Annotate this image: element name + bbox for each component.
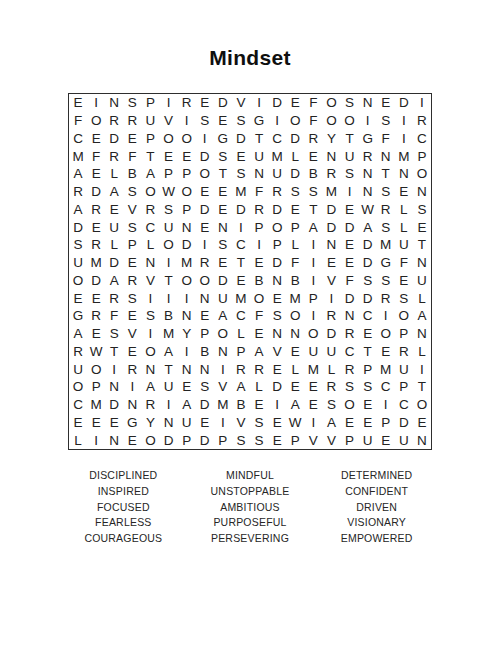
grid-cell[interactable]: C xyxy=(341,343,359,361)
grid-cell[interactable]: D xyxy=(268,378,286,396)
grid-cell[interactable]: M xyxy=(395,147,413,165)
grid-cell[interactable]: S xyxy=(359,378,377,396)
grid-cell[interactable]: R xyxy=(69,183,87,201)
grid-cell[interactable]: U xyxy=(178,414,196,432)
grid-cell[interactable]: O xyxy=(377,325,395,343)
grid-cell[interactable]: I xyxy=(304,307,322,325)
grid-cell[interactable]: E xyxy=(413,414,431,432)
grid-cell[interactable]: M xyxy=(304,360,322,378)
grid-cell[interactable]: A xyxy=(178,396,196,414)
grid-cell[interactable]: N xyxy=(341,307,359,325)
grid-cell[interactable]: E xyxy=(69,289,87,307)
grid-cell[interactable]: I xyxy=(178,112,196,130)
grid-cell[interactable]: S xyxy=(214,236,232,254)
grid-cell[interactable]: E xyxy=(250,254,268,272)
grid-cell[interactable]: O xyxy=(141,343,159,361)
grid-cell[interactable]: F xyxy=(105,307,123,325)
grid-cell[interactable]: M xyxy=(214,396,232,414)
grid-cell[interactable]: R xyxy=(341,325,359,343)
grid-cell[interactable]: I xyxy=(160,94,178,112)
grid-cell[interactable]: N xyxy=(413,254,431,272)
grid-cell[interactable]: E xyxy=(87,414,105,432)
grid-cell[interactable]: D xyxy=(322,325,340,343)
grid-cell[interactable]: N xyxy=(268,325,286,343)
grid-cell[interactable]: T xyxy=(160,360,178,378)
grid-cell[interactable]: I xyxy=(160,254,178,272)
grid-cell[interactable]: N xyxy=(123,396,141,414)
grid-cell[interactable]: R xyxy=(123,112,141,130)
grid-cell[interactable]: S xyxy=(377,112,395,130)
grid-cell[interactable]: V xyxy=(141,272,159,290)
grid-cell[interactable]: E xyxy=(250,396,268,414)
grid-cell[interactable]: F xyxy=(250,183,268,201)
grid-cell[interactable]: I xyxy=(268,112,286,130)
grid-cell[interactable]: F xyxy=(69,112,87,130)
grid-cell[interactable]: T xyxy=(141,147,159,165)
grid-cell[interactable]: D xyxy=(178,236,196,254)
grid-cell[interactable]: D xyxy=(87,183,105,201)
grid-cell[interactable]: N xyxy=(178,218,196,236)
grid-cell[interactable]: A xyxy=(69,325,87,343)
grid-cell[interactable]: T xyxy=(232,254,250,272)
grid-cell[interactable]: S xyxy=(377,183,395,201)
grid-cell[interactable]: A xyxy=(141,165,159,183)
grid-cell[interactable]: G xyxy=(123,414,141,432)
grid-cell[interactable]: L xyxy=(141,236,159,254)
grid-cell[interactable]: L xyxy=(286,236,304,254)
grid-cell[interactable]: F xyxy=(304,112,322,130)
grid-cell[interactable]: E xyxy=(105,201,123,219)
grid-cell[interactable]: S xyxy=(123,183,141,201)
grid-cell[interactable]: U xyxy=(413,272,431,290)
grid-cell[interactable]: C xyxy=(413,130,431,148)
grid-cell[interactable]: R xyxy=(105,147,123,165)
grid-cell[interactable]: P xyxy=(196,325,214,343)
grid-cell[interactable]: S xyxy=(395,289,413,307)
grid-cell[interactable]: R xyxy=(304,130,322,148)
grid-cell[interactable]: O xyxy=(87,360,105,378)
grid-cell[interactable]: E xyxy=(105,414,123,432)
grid-cell[interactable]: U xyxy=(395,236,413,254)
grid-cell[interactable]: R xyxy=(123,272,141,290)
grid-cell[interactable]: U xyxy=(105,218,123,236)
grid-cell[interactable]: T xyxy=(304,201,322,219)
grid-cell[interactable]: E xyxy=(123,307,141,325)
grid-cell[interactable]: I xyxy=(395,130,413,148)
grid-cell[interactable]: I xyxy=(196,236,214,254)
grid-cell[interactable]: S xyxy=(359,272,377,290)
grid-cell[interactable]: P xyxy=(178,431,196,449)
grid-cell[interactable]: N xyxy=(214,218,232,236)
grid-cell[interactable]: O xyxy=(141,431,159,449)
grid-cell[interactable]: V xyxy=(304,431,322,449)
grid-cell[interactable]: O xyxy=(413,165,431,183)
grid-cell[interactable]: D xyxy=(322,218,340,236)
grid-cell[interactable]: I xyxy=(322,289,340,307)
grid-cell[interactable]: S xyxy=(341,94,359,112)
grid-cell[interactable]: P xyxy=(286,218,304,236)
grid-cell[interactable]: I xyxy=(304,236,322,254)
grid-cell[interactable]: O xyxy=(87,112,105,130)
grid-cell[interactable]: E xyxy=(196,183,214,201)
grid-cell[interactable]: A xyxy=(232,378,250,396)
grid-cell[interactable]: I xyxy=(250,94,268,112)
grid-cell[interactable]: L xyxy=(413,289,431,307)
grid-cell[interactable]: S xyxy=(268,307,286,325)
grid-cell[interactable]: S xyxy=(160,201,178,219)
grid-cell[interactable]: E xyxy=(286,94,304,112)
grid-cell[interactable]: S xyxy=(232,112,250,130)
grid-cell[interactable]: S xyxy=(304,183,322,201)
grid-cell[interactable]: U xyxy=(268,165,286,183)
grid-cell[interactable]: R xyxy=(141,396,159,414)
grid-cell[interactable]: V xyxy=(322,272,340,290)
grid-cell[interactable]: S xyxy=(322,396,340,414)
grid-cell[interactable]: T xyxy=(359,343,377,361)
grid-cell[interactable]: F xyxy=(395,254,413,272)
grid-cell[interactable]: N xyxy=(178,307,196,325)
grid-cell[interactable]: U xyxy=(395,431,413,449)
grid-cell[interactable]: A xyxy=(286,396,304,414)
grid-cell[interactable]: I xyxy=(250,236,268,254)
grid-cell[interactable]: C xyxy=(232,307,250,325)
grid-cell[interactable]: C xyxy=(268,130,286,148)
grid-cell[interactable]: U xyxy=(395,360,413,378)
grid-cell[interactable]: L xyxy=(105,165,123,183)
grid-cell[interactable]: I xyxy=(178,289,196,307)
grid-cell[interactable]: P xyxy=(359,360,377,378)
grid-cell[interactable]: O xyxy=(395,307,413,325)
grid-cell[interactable]: O xyxy=(268,218,286,236)
grid-cell[interactable]: G xyxy=(250,112,268,130)
grid-cell[interactable]: E xyxy=(286,201,304,219)
grid-cell[interactable]: E xyxy=(87,289,105,307)
grid-cell[interactable]: E xyxy=(214,254,232,272)
grid-cell[interactable]: O xyxy=(214,325,232,343)
grid-cell[interactable]: E xyxy=(377,343,395,361)
grid-cell[interactable]: N xyxy=(250,165,268,183)
grid-cell[interactable]: N xyxy=(322,147,340,165)
grid-cell[interactable]: O xyxy=(341,396,359,414)
grid-cell[interactable]: P xyxy=(286,431,304,449)
grid-cell[interactable]: A xyxy=(304,218,322,236)
grid-cell[interactable]: T xyxy=(377,165,395,183)
grid-cell[interactable]: O xyxy=(178,130,196,148)
grid-cell[interactable]: E xyxy=(214,183,232,201)
grid-cell[interactable]: I xyxy=(160,396,178,414)
grid-cell[interactable]: E xyxy=(286,378,304,396)
grid-cell[interactable]: I xyxy=(304,272,322,290)
grid-cell[interactable]: I xyxy=(304,254,322,272)
grid-cell[interactable]: I xyxy=(341,183,359,201)
grid-cell[interactable]: R xyxy=(250,360,268,378)
grid-cell[interactable]: L xyxy=(286,360,304,378)
grid-cell[interactable]: D xyxy=(105,130,123,148)
grid-cell[interactable]: S xyxy=(105,325,123,343)
grid-cell[interactable]: P xyxy=(268,236,286,254)
grid-cell[interactable]: U xyxy=(141,112,159,130)
grid-cell[interactable]: U xyxy=(160,218,178,236)
grid-cell[interactable]: S xyxy=(141,307,159,325)
grid-cell[interactable]: E xyxy=(160,147,178,165)
grid-cell[interactable]: V xyxy=(160,112,178,130)
grid-cell[interactable]: I xyxy=(232,218,250,236)
grid-cell[interactable]: O xyxy=(178,183,196,201)
grid-cell[interactable]: Y xyxy=(322,130,340,148)
grid-cell[interactable]: R xyxy=(322,378,340,396)
grid-cell[interactable]: A xyxy=(105,183,123,201)
grid-cell[interactable]: Y xyxy=(141,414,159,432)
grid-cell[interactable]: D xyxy=(232,201,250,219)
grid-cell[interactable]: M xyxy=(178,254,196,272)
grid-cell[interactable]: N xyxy=(160,414,178,432)
grid-cell[interactable]: P xyxy=(160,165,178,183)
grid-cell[interactable]: I xyxy=(359,112,377,130)
grid-cell[interactable]: E xyxy=(250,325,268,343)
grid-cell[interactable]: N xyxy=(105,94,123,112)
grid-cell[interactable]: E xyxy=(178,147,196,165)
grid-cell[interactable]: S xyxy=(196,378,214,396)
grid-cell[interactable]: L xyxy=(322,360,340,378)
grid-cell[interactable]: N xyxy=(359,165,377,183)
grid-cell[interactable]: E xyxy=(123,431,141,449)
grid-cell[interactable]: R xyxy=(377,201,395,219)
grid-cell[interactable]: S xyxy=(123,289,141,307)
grid-cell[interactable]: N xyxy=(105,431,123,449)
grid-cell[interactable]: F xyxy=(377,130,395,148)
grid-cell[interactable]: D xyxy=(286,130,304,148)
grid-cell[interactable]: R xyxy=(105,289,123,307)
grid-cell[interactable]: P xyxy=(178,165,196,183)
grid-cell[interactable]: C xyxy=(232,236,250,254)
grid-cell[interactable]: I xyxy=(377,307,395,325)
grid-cell[interactable]: B xyxy=(304,165,322,183)
grid-cell[interactable]: F xyxy=(304,94,322,112)
grid-cell[interactable]: E xyxy=(123,343,141,361)
grid-cell[interactable]: O xyxy=(160,236,178,254)
grid-cell[interactable]: T xyxy=(214,165,232,183)
grid-cell[interactable]: P xyxy=(377,414,395,432)
grid-cell[interactable]: D xyxy=(286,165,304,183)
grid-cell[interactable]: R xyxy=(322,307,340,325)
grid-cell[interactable]: E xyxy=(395,272,413,290)
grid-cell[interactable]: C xyxy=(359,307,377,325)
grid-cell[interactable]: M xyxy=(232,289,250,307)
grid-cell[interactable]: N xyxy=(178,360,196,378)
grid-cell[interactable]: O xyxy=(286,307,304,325)
grid-cell[interactable]: C xyxy=(69,130,87,148)
grid-cell[interactable]: B xyxy=(123,165,141,183)
grid-cell[interactable]: S xyxy=(196,112,214,130)
grid-cell[interactable]: Y xyxy=(178,325,196,343)
grid-cell[interactable]: I xyxy=(268,396,286,414)
grid-cell[interactable]: E xyxy=(232,147,250,165)
grid-cell[interactable]: R xyxy=(322,165,340,183)
grid-cell[interactable]: S xyxy=(232,165,250,183)
grid-cell[interactable]: E xyxy=(69,94,87,112)
grid-cell[interactable]: O xyxy=(69,272,87,290)
grid-cell[interactable]: I xyxy=(395,112,413,130)
grid-cell[interactable]: C xyxy=(377,378,395,396)
grid-cell[interactable]: R xyxy=(87,307,105,325)
grid-cell[interactable]: M xyxy=(87,396,105,414)
grid-cell[interactable]: W xyxy=(160,183,178,201)
grid-cell[interactable]: R xyxy=(196,254,214,272)
grid-cell[interactable]: U xyxy=(250,147,268,165)
grid-cell[interactable]: D xyxy=(268,201,286,219)
grid-cell[interactable]: P xyxy=(413,147,431,165)
grid-cell[interactable]: U xyxy=(214,289,232,307)
grid-cell[interactable]: N xyxy=(359,94,377,112)
grid-cell[interactable]: F xyxy=(286,254,304,272)
grid-cell[interactable]: L xyxy=(105,236,123,254)
grid-cell[interactable]: E xyxy=(196,307,214,325)
grid-cell[interactable]: R xyxy=(87,201,105,219)
grid-cell[interactable]: S xyxy=(123,94,141,112)
grid-cell[interactable]: E xyxy=(304,396,322,414)
grid-cell[interactable]: L xyxy=(395,201,413,219)
grid-cell[interactable]: E xyxy=(341,236,359,254)
grid-cell[interactable]: T xyxy=(341,130,359,148)
grid-cell[interactable]: P xyxy=(141,130,159,148)
grid-cell[interactable]: O xyxy=(250,289,268,307)
grid-cell[interactable]: N xyxy=(377,147,395,165)
grid-cell[interactable]: E xyxy=(413,218,431,236)
grid-cell[interactable]: N xyxy=(196,360,214,378)
grid-cell[interactable]: R xyxy=(87,236,105,254)
grid-cell[interactable]: O xyxy=(413,396,431,414)
grid-cell[interactable]: D xyxy=(268,254,286,272)
grid-cell[interactable]: S xyxy=(286,183,304,201)
grid-cell[interactable]: O xyxy=(160,130,178,148)
grid-cell[interactable]: V xyxy=(322,431,340,449)
grid-cell[interactable]: D xyxy=(395,414,413,432)
grid-cell[interactable]: D xyxy=(196,147,214,165)
grid-cell[interactable]: E xyxy=(341,414,359,432)
grid-cell[interactable]: O xyxy=(304,325,322,343)
grid-cell[interactable]: A xyxy=(322,414,340,432)
grid-cell[interactable]: P xyxy=(304,289,322,307)
grid-cell[interactable]: E xyxy=(359,396,377,414)
grid-cell[interactable]: E xyxy=(69,414,87,432)
grid-cell[interactable]: M xyxy=(160,325,178,343)
grid-cell[interactable]: S xyxy=(123,218,141,236)
grid-cell[interactable]: D xyxy=(341,218,359,236)
grid-cell[interactable]: E xyxy=(359,325,377,343)
grid-cell[interactable]: T xyxy=(160,272,178,290)
grid-cell[interactable]: N xyxy=(105,378,123,396)
grid-cell[interactable]: D xyxy=(232,130,250,148)
grid-cell[interactable]: O xyxy=(196,165,214,183)
grid-cell[interactable]: D xyxy=(105,396,123,414)
grid-cell[interactable]: E xyxy=(178,378,196,396)
grid-cell[interactable]: N xyxy=(413,431,431,449)
grid-cell[interactable]: U xyxy=(69,254,87,272)
grid-cell[interactable]: R xyxy=(105,112,123,130)
grid-cell[interactable]: B xyxy=(232,396,250,414)
grid-cell[interactable]: T xyxy=(413,236,431,254)
grid-cell[interactable]: F xyxy=(87,147,105,165)
grid-cell[interactable]: D xyxy=(268,94,286,112)
grid-cell[interactable]: E xyxy=(322,254,340,272)
grid-cell[interactable]: N xyxy=(141,360,159,378)
grid-cell[interactable]: M xyxy=(232,183,250,201)
grid-cell[interactable]: P xyxy=(214,431,232,449)
grid-cell[interactable]: I xyxy=(141,289,159,307)
grid-cell[interactable]: E xyxy=(341,254,359,272)
grid-cell[interactable]: G xyxy=(359,130,377,148)
grid-cell[interactable]: I xyxy=(196,130,214,148)
grid-cell[interactable]: S xyxy=(232,431,250,449)
grid-cell[interactable]: E xyxy=(341,201,359,219)
grid-cell[interactable]: W xyxy=(359,201,377,219)
grid-cell[interactable]: M xyxy=(87,254,105,272)
grid-cell[interactable]: D xyxy=(196,201,214,219)
grid-cell[interactable]: U xyxy=(160,378,178,396)
grid-cell[interactable]: B xyxy=(250,272,268,290)
grid-cell[interactable]: R xyxy=(69,343,87,361)
grid-cell[interactable]: E xyxy=(196,94,214,112)
grid-cell[interactable]: V xyxy=(214,378,232,396)
grid-cell[interactable]: D xyxy=(196,396,214,414)
grid-cell[interactable]: P xyxy=(395,378,413,396)
grid-cell[interactable]: R xyxy=(413,112,431,130)
grid-cell[interactable]: P xyxy=(232,343,250,361)
grid-cell[interactable]: S xyxy=(250,414,268,432)
grid-cell[interactable]: V xyxy=(232,414,250,432)
grid-cell[interactable]: L xyxy=(413,343,431,361)
grid-cell[interactable]: E xyxy=(214,112,232,130)
grid-cell[interactable]: M xyxy=(322,183,340,201)
grid-cell[interactable]: O xyxy=(341,112,359,130)
grid-cell[interactable]: O xyxy=(322,94,340,112)
grid-cell[interactable]: E xyxy=(196,414,214,432)
grid-cell[interactable]: I xyxy=(160,289,178,307)
grid-cell[interactable]: P xyxy=(123,236,141,254)
grid-cell[interactable]: E xyxy=(123,130,141,148)
grid-cell[interactable]: R xyxy=(250,201,268,219)
grid-cell[interactable]: D xyxy=(322,201,340,219)
grid-cell[interactable]: E xyxy=(286,343,304,361)
grid-cell[interactable]: S xyxy=(69,236,87,254)
grid-cell[interactable]: M xyxy=(377,360,395,378)
grid-cell[interactable]: P xyxy=(141,94,159,112)
grid-cell[interactable]: D xyxy=(160,431,178,449)
grid-cell[interactable]: A xyxy=(69,165,87,183)
grid-cell[interactable]: N xyxy=(359,183,377,201)
grid-cell[interactable]: P xyxy=(341,431,359,449)
grid-cell[interactable]: N xyxy=(413,183,431,201)
grid-cell[interactable]: I xyxy=(178,343,196,361)
grid-cell[interactable]: I xyxy=(105,360,123,378)
grid-cell[interactable]: P xyxy=(250,218,268,236)
grid-cell[interactable]: L xyxy=(232,325,250,343)
grid-cell[interactable]: A xyxy=(141,378,159,396)
grid-cell[interactable]: G xyxy=(69,307,87,325)
grid-cell[interactable]: T xyxy=(413,378,431,396)
grid-cell[interactable]: E xyxy=(87,165,105,183)
grid-cell[interactable]: N xyxy=(214,343,232,361)
grid-cell[interactable]: S xyxy=(214,147,232,165)
grid-cell[interactable]: C xyxy=(395,396,413,414)
grid-cell[interactable]: V xyxy=(123,325,141,343)
grid-cell[interactable]: F xyxy=(250,307,268,325)
grid-cell[interactable]: E xyxy=(268,360,286,378)
grid-cell[interactable]: I xyxy=(413,360,431,378)
grid-cell[interactable]: A xyxy=(359,218,377,236)
grid-cell[interactable]: B xyxy=(196,343,214,361)
grid-cell[interactable]: S xyxy=(250,431,268,449)
